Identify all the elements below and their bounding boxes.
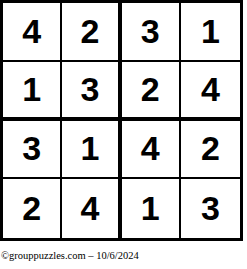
cell-r1c1: 4: [3, 3, 62, 62]
copyright-credit: ©grouppuzzles.com – 10/6/2024: [1, 250, 139, 261]
cell-r2c1: 1: [3, 62, 62, 121]
cell-r4c2: 4: [62, 179, 121, 238]
cell-r3c3: 4: [122, 121, 181, 180]
cell-r2c3: 2: [122, 62, 181, 121]
sudoku-board: 4 2 3 1 1 3 2 4 3 1 4 2 2 4 1 3: [0, 0, 243, 241]
cell-r1c2: 2: [62, 3, 121, 62]
cell-r4c3: 1: [122, 179, 181, 238]
cell-r2c2: 3: [62, 62, 121, 121]
cell-r3c1: 3: [3, 121, 62, 180]
cell-r2c4: 4: [181, 62, 240, 121]
cell-r4c1: 2: [3, 179, 62, 238]
cell-r1c3: 3: [122, 3, 181, 62]
cell-r3c4: 2: [181, 121, 240, 180]
cell-r1c4: 1: [181, 3, 240, 62]
cell-r4c4: 3: [181, 179, 240, 238]
cell-r3c2: 1: [62, 121, 121, 180]
